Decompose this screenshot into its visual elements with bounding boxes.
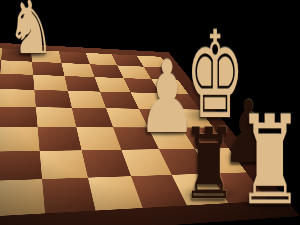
black-rook-f5[interactable]: ♜ [182, 115, 236, 213]
square-c5[interactable] [0, 107, 38, 128]
white-knight-a1[interactable]: ♞ [7, 0, 55, 64]
square-c3[interactable] [0, 74, 34, 90]
square-c8[interactable] [0, 179, 45, 216]
square-d5[interactable] [36, 107, 76, 127]
square-c4[interactable] [0, 89, 36, 107]
square-d8[interactable] [42, 178, 95, 214]
square-d6[interactable] [38, 127, 82, 151]
square-c7[interactable] [0, 151, 42, 181]
square-c6[interactable] [0, 127, 40, 151]
chess-photo-scene: ♞ ♚ ♟ ♟ ♜ ♜ [0, 0, 300, 225]
square-d4[interactable] [34, 90, 71, 108]
square-d7[interactable] [40, 150, 88, 179]
white-rook-g6[interactable]: ♜ [237, 100, 300, 222]
square-d3[interactable] [33, 75, 68, 91]
